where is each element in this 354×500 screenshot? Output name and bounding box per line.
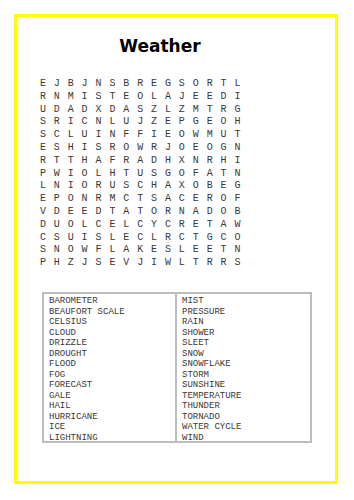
grid-cell-r10c11: C — [175, 192, 189, 205]
grid-cell-r14c4: W — [78, 244, 92, 257]
grid-cell-r9c10: A — [161, 180, 175, 193]
grid-cell-r15c12: T — [189, 256, 203, 269]
word-list-box: BAROMETERBEAUFORT SCALECELSIUSCLOUDDRIZZ… — [42, 292, 312, 443]
grid-cell-r1c8: R — [133, 77, 147, 90]
grid-cell-r7c5: A — [92, 154, 106, 167]
grid-cell-r14c5: F — [92, 244, 106, 257]
grid-cell-r12c4: L — [78, 218, 92, 231]
grid-cell-r13c11: C — [175, 231, 189, 244]
grid-cell-r13c4: I — [78, 231, 92, 244]
grid-cell-r6c3: H — [64, 141, 78, 154]
grid-cell-r1c9: E — [147, 77, 161, 90]
grid-cell-r5c12: W — [189, 128, 203, 141]
grid-cell-r6c5: S — [92, 141, 106, 154]
grid-cell-r5c6: N — [105, 128, 119, 141]
grid-cell-r10c13: R — [203, 192, 217, 205]
grid-cell-r8c5: L — [92, 167, 106, 180]
grid-cell-r2c1: R — [36, 90, 50, 103]
grid-cell-r4c14: O — [217, 115, 231, 128]
word-search-grid: EJBJNSBREGSORTLRNMISTEOLAJEEDIUDADXDASZL… — [36, 77, 244, 269]
grid-cell-r8c7: T — [119, 167, 133, 180]
grid-cell-r14c8: K — [133, 244, 147, 257]
grid-cell-r3c4: D — [78, 103, 92, 116]
grid-cell-r7c6: F — [105, 154, 119, 167]
grid-cell-r1c12: O — [189, 77, 203, 90]
grid-cell-r13c7: E — [119, 231, 133, 244]
grid-cell-r4c1: S — [36, 115, 50, 128]
grid-cell-r8c11: O — [175, 167, 189, 180]
grid-cell-r13c15: O — [230, 231, 244, 244]
grid-cell-r2c8: O — [133, 90, 147, 103]
grid-cell-r13c10: R — [161, 231, 175, 244]
grid-cell-r1c3: B — [64, 77, 78, 90]
word-list-item: BAROMETER — [49, 296, 175, 307]
grid-cell-r2c12: E — [189, 90, 203, 103]
grid-cell-r14c15: N — [230, 244, 244, 257]
grid-cell-r4c3: I — [64, 115, 78, 128]
grid-cell-r11c11: N — [175, 205, 189, 218]
grid-cell-r6c4: I — [78, 141, 92, 154]
grid-cell-r7c2: T — [50, 154, 64, 167]
word-list-item: THUNDER — [182, 401, 310, 412]
grid-cell-r12c6: E — [105, 218, 119, 231]
grid-cell-r5c11: O — [175, 128, 189, 141]
word-list-item: WATER CYCLE — [182, 422, 310, 433]
grid-cell-r11c3: E — [64, 205, 78, 218]
grid-cell-r6c2: S — [50, 141, 64, 154]
grid-cell-r6c14: G — [217, 141, 231, 154]
grid-cell-r1c13: R — [203, 77, 217, 90]
word-list-item: CELSIUS — [49, 317, 175, 328]
grid-cell-r4c13: E — [203, 115, 217, 128]
grid-cell-r7c13: R — [203, 154, 217, 167]
word-list-item: SLEET — [182, 338, 310, 349]
grid-cell-r13c8: C — [133, 231, 147, 244]
grid-cell-r1c10: G — [161, 77, 175, 90]
word-list-item: SNOW — [182, 349, 310, 360]
grid-cell-r6c9: R — [147, 141, 161, 154]
word-list-item: SUNSHINE — [182, 380, 310, 391]
grid-cell-r5c10: E — [161, 128, 175, 141]
grid-cell-r4c2: R — [50, 115, 64, 128]
grid-cell-r9c13: B — [203, 180, 217, 193]
grid-cell-r13c12: T — [189, 231, 203, 244]
grid-cell-r4c5: N — [92, 115, 106, 128]
grid-cell-r2c11: J — [175, 90, 189, 103]
grid-cell-r14c14: T — [217, 244, 231, 257]
grid-cell-r11c13: D — [203, 205, 217, 218]
grid-cell-r14c3: O — [64, 244, 78, 257]
grid-cell-r9c12: O — [189, 180, 203, 193]
grid-cell-r7c9: D — [147, 154, 161, 167]
grid-cell-r8c1: P — [36, 167, 50, 180]
grid-cell-r5c4: U — [78, 128, 92, 141]
grid-cell-r2c13: E — [203, 90, 217, 103]
grid-cell-r4c9: Z — [147, 115, 161, 128]
grid-cell-r7c4: H — [78, 154, 92, 167]
grid-cell-r3c11: Z — [175, 103, 189, 116]
grid-cell-r3c8: S — [133, 103, 147, 116]
word-list-item: CLOUD — [49, 328, 175, 339]
word-list-item: HAIL — [49, 401, 175, 412]
grid-cell-r10c9: S — [147, 192, 161, 205]
grid-cell-r7c10: H — [161, 154, 175, 167]
grid-cell-r1c15: L — [230, 77, 244, 90]
grid-cell-r12c10: C — [161, 218, 175, 231]
grid-cell-r9c7: S — [119, 180, 133, 193]
grid-cell-r10c6: M — [105, 192, 119, 205]
grid-cell-r10c5: R — [92, 192, 106, 205]
grid-cell-r15c8: J — [133, 256, 147, 269]
grid-cell-r5c7: F — [119, 128, 133, 141]
grid-cell-r15c2: H — [50, 256, 64, 269]
grid-cell-r12c13: T — [203, 218, 217, 231]
grid-cell-r6c8: W — [133, 141, 147, 154]
word-list-left-column: BAROMETERBEAUFORT SCALECELSIUSCLOUDDRIZZ… — [44, 294, 177, 441]
grid-cell-r12c7: L — [119, 218, 133, 231]
word-list-item: DROUGHT — [49, 349, 175, 360]
grid-cell-r2c4: I — [78, 90, 92, 103]
grid-cell-r12c3: O — [64, 218, 78, 231]
grid-cell-r5c1: S — [36, 128, 50, 141]
grid-cell-r3c2: D — [50, 103, 64, 116]
grid-cell-r1c11: S — [175, 77, 189, 90]
grid-cell-r7c8: A — [133, 154, 147, 167]
grid-cell-r14c7: A — [119, 244, 133, 257]
grid-cell-r7c15: I — [230, 154, 244, 167]
word-list-item: TORNADO — [182, 412, 310, 423]
grid-cell-r8c9: S — [147, 167, 161, 180]
grid-cell-r5c14: U — [217, 128, 231, 141]
grid-cell-r1c14: T — [217, 77, 231, 90]
grid-cell-r3c3: A — [64, 103, 78, 116]
word-list-item: DRIZZLE — [49, 338, 175, 349]
grid-cell-r13c1: C — [36, 231, 50, 244]
grid-cell-r11c10: R — [161, 205, 175, 218]
grid-cell-r7c1: R — [36, 154, 50, 167]
grid-cell-r8c4: O — [78, 167, 92, 180]
grid-cell-r8c2: W — [50, 167, 64, 180]
grid-cell-r7c14: H — [217, 154, 231, 167]
grid-cell-r2c3: M — [64, 90, 78, 103]
grid-cell-r13c2: S — [50, 231, 64, 244]
grid-cell-r12c1: D — [36, 218, 50, 231]
grid-cell-r9c8: C — [133, 180, 147, 193]
word-list-right-column: MISTPRESSURERAINSHOWERSLEETSNOWSNOWFLAKE… — [177, 294, 310, 441]
word-list-item: BEAUFORT SCALE — [49, 307, 175, 318]
grid-cell-r12c11: R — [175, 218, 189, 231]
grid-cell-r15c3: Z — [64, 256, 78, 269]
grid-cell-r14c10: S — [161, 244, 175, 257]
grid-cell-r6c11: O — [175, 141, 189, 154]
word-list-item: SNOWFLAKE — [182, 359, 310, 370]
grid-cell-r9c11: X — [175, 180, 189, 193]
grid-cell-r14c2: N — [50, 244, 64, 257]
grid-cell-r2c5: S — [92, 90, 106, 103]
grid-cell-r12c9: Y — [147, 218, 161, 231]
word-list-item: FOG — [49, 370, 175, 381]
grid-cell-r10c15: F — [230, 192, 244, 205]
grid-cell-r3c10: L — [161, 103, 175, 116]
grid-cell-r10c3: O — [64, 192, 78, 205]
grid-cell-r1c2: J — [50, 77, 64, 90]
grid-cell-r5c5: I — [92, 128, 106, 141]
grid-cell-r11c6: T — [105, 205, 119, 218]
grid-cell-r9c1: L — [36, 180, 50, 193]
word-list-item: MIST — [182, 296, 310, 307]
grid-cell-r6c13: O — [203, 141, 217, 154]
grid-cell-r11c2: D — [50, 205, 64, 218]
grid-cell-r9c5: R — [92, 180, 106, 193]
word-list-item: FLOOD — [49, 359, 175, 370]
grid-cell-r15c6: E — [105, 256, 119, 269]
grid-cell-r11c5: D — [92, 205, 106, 218]
grid-cell-r1c4: J — [78, 77, 92, 90]
grid-cell-r11c15: B — [230, 205, 244, 218]
grid-cell-r7c12: N — [189, 154, 203, 167]
grid-cell-r7c11: X — [175, 154, 189, 167]
grid-cell-r4c8: J — [133, 115, 147, 128]
word-list-item: WIND — [182, 433, 310, 444]
grid-cell-r15c5: S — [92, 256, 106, 269]
word-list-item: ICE — [49, 422, 175, 433]
grid-cell-r10c10: A — [161, 192, 175, 205]
grid-cell-r13c3: U — [64, 231, 78, 244]
word-list-item: STORM — [182, 370, 310, 381]
grid-cell-r9c14: E — [217, 180, 231, 193]
grid-cell-r6c15: N — [230, 141, 244, 154]
grid-cell-r3c14: R — [217, 103, 231, 116]
grid-cell-r3c6: D — [105, 103, 119, 116]
grid-cell-r11c12: A — [189, 205, 203, 218]
grid-cell-r11c14: O — [217, 205, 231, 218]
grid-cell-r9c15: G — [230, 180, 244, 193]
grid-cell-r2c14: D — [217, 90, 231, 103]
word-list-item: HURRICANE — [49, 412, 175, 423]
grid-cell-r15c11: L — [175, 256, 189, 269]
word-list-item: PRESSURE — [182, 307, 310, 318]
grid-cell-r14c1: S — [36, 244, 50, 257]
grid-cell-r10c8: T — [133, 192, 147, 205]
grid-cell-r8c6: H — [105, 167, 119, 180]
grid-cell-r1c7: B — [119, 77, 133, 90]
grid-cell-r15c7: V — [119, 256, 133, 269]
grid-cell-r10c7: C — [119, 192, 133, 205]
grid-cell-r15c1: P — [36, 256, 50, 269]
grid-cell-r15c15: S — [230, 256, 244, 269]
grid-cell-r4c4: C — [78, 115, 92, 128]
grid-cell-r7c3: T — [64, 154, 78, 167]
grid-cell-r3c7: A — [119, 103, 133, 116]
yellow-border-frame: Weather EJBJNSBREGSORTLRNMISTEOLAJEEDIUD… — [14, 14, 338, 484]
grid-cell-r15c10: W — [161, 256, 175, 269]
grid-cell-r2c10: A — [161, 90, 175, 103]
grid-cell-r6c10: J — [161, 141, 175, 154]
grid-cell-r2c7: E — [119, 90, 133, 103]
grid-cell-r4c10: E — [161, 115, 175, 128]
grid-cell-r2c2: N — [50, 90, 64, 103]
grid-cell-r14c12: E — [189, 244, 203, 257]
grid-cell-r1c1: E — [36, 77, 50, 90]
grid-cell-r1c6: S — [105, 77, 119, 90]
grid-cell-r6c12: E — [189, 141, 203, 154]
grid-cell-r3c12: M — [189, 103, 203, 116]
grid-cell-r4c11: P — [175, 115, 189, 128]
grid-cell-r2c9: L — [147, 90, 161, 103]
grid-cell-r5c13: M — [203, 128, 217, 141]
grid-cell-r11c8: T — [133, 205, 147, 218]
grid-cell-r3c13: T — [203, 103, 217, 116]
grid-cell-r13c13: G — [203, 231, 217, 244]
grid-cell-r5c2: C — [50, 128, 64, 141]
grid-cell-r13c6: L — [105, 231, 119, 244]
worksheet-page: Weather EJBJNSBREGSORTLRNMISTEOLAJEEDIUD… — [0, 0, 354, 500]
grid-cell-r15c14: R — [217, 256, 231, 269]
grid-cell-r9c9: H — [147, 180, 161, 193]
grid-cell-r12c12: E — [189, 218, 203, 231]
grid-cell-r5c15: T — [230, 128, 244, 141]
grid-cell-r5c9: I — [147, 128, 161, 141]
grid-cell-r11c7: A — [119, 205, 133, 218]
grid-cell-r14c11: L — [175, 244, 189, 257]
grid-cell-r9c4: O — [78, 180, 92, 193]
grid-cell-r3c15: G — [230, 103, 244, 116]
grid-cell-r2c15: I — [230, 90, 244, 103]
grid-cell-r4c6: L — [105, 115, 119, 128]
word-list-item: GALE — [49, 391, 175, 402]
grid-cell-r8c15: N — [230, 167, 244, 180]
grid-cell-r3c9: Z — [147, 103, 161, 116]
grid-cell-r8c12: F — [189, 167, 203, 180]
grid-cell-r10c4: N — [78, 192, 92, 205]
grid-cell-r6c1: E — [36, 141, 50, 154]
grid-cell-r4c15: H — [230, 115, 244, 128]
grid-cell-r1c5: N — [92, 77, 106, 90]
grid-cell-r9c2: N — [50, 180, 64, 193]
grid-cell-r2c6: T — [105, 90, 119, 103]
grid-cell-r8c8: U — [133, 167, 147, 180]
grid-cell-r3c5: X — [92, 103, 106, 116]
word-list-item: TEMPERATURE — [182, 391, 310, 402]
grid-cell-r12c5: C — [92, 218, 106, 231]
grid-cell-r8c13: A — [203, 167, 217, 180]
grid-cell-r11c4: E — [78, 205, 92, 218]
grid-cell-r12c14: A — [217, 218, 231, 231]
grid-cell-r8c10: G — [161, 167, 175, 180]
grid-cell-r14c6: L — [105, 244, 119, 257]
word-list-item: LIGHTNING — [49, 433, 175, 444]
grid-cell-r13c14: C — [217, 231, 231, 244]
grid-cell-r10c1: E — [36, 192, 50, 205]
grid-cell-r13c5: S — [92, 231, 106, 244]
page-title: Weather — [17, 36, 303, 56]
grid-cell-r12c15: W — [230, 218, 244, 231]
word-list-item: SHOWER — [182, 328, 310, 339]
grid-cell-r12c2: U — [50, 218, 64, 231]
grid-cell-r15c4: J — [78, 256, 92, 269]
grid-cell-r3c1: U — [36, 103, 50, 116]
word-list-item: RAIN — [182, 317, 310, 328]
grid-cell-r9c3: I — [64, 180, 78, 193]
grid-cell-r15c13: R — [203, 256, 217, 269]
grid-cell-r11c1: V — [36, 205, 50, 218]
grid-cell-r15c9: I — [147, 256, 161, 269]
grid-cell-r8c3: I — [64, 167, 78, 180]
grid-cell-r5c8: F — [133, 128, 147, 141]
grid-cell-r6c7: O — [119, 141, 133, 154]
grid-cell-r6c6: R — [105, 141, 119, 154]
grid-cell-r14c9: E — [147, 244, 161, 257]
grid-cell-r11c9: O — [147, 205, 161, 218]
grid-cell-r7c7: R — [119, 154, 133, 167]
grid-cell-r4c12: G — [189, 115, 203, 128]
grid-cell-r13c9: L — [147, 231, 161, 244]
grid-cell-r10c2: P — [50, 192, 64, 205]
grid-cell-r4c7: U — [119, 115, 133, 128]
grid-cell-r9c6: U — [105, 180, 119, 193]
grid-cell-r10c12: E — [189, 192, 203, 205]
grid-cell-r14c13: E — [203, 244, 217, 257]
word-list-item: FORECAST — [49, 380, 175, 391]
grid-cell-r5c3: L — [64, 128, 78, 141]
grid-cell-r12c8: C — [133, 218, 147, 231]
grid-cell-r8c14: T — [217, 167, 231, 180]
grid-cell-r10c14: O — [217, 192, 231, 205]
